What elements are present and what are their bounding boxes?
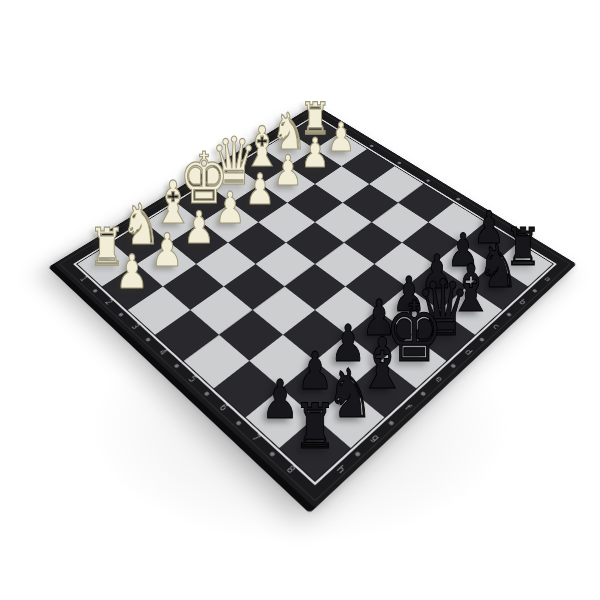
piece-white-pawn-f2[interactable]: ♟ [183, 206, 214, 251]
piece-black-rook-h8[interactable]: ♜ [293, 396, 337, 458]
piece-white-pawn-e2[interactable]: ♟ [215, 187, 246, 231]
piece-white-pawn-c2[interactable]: ♟ [273, 150, 302, 192]
product-photo-stage: 12345678abcdefgh ♜♟♞♟♝♟♛♟♚♟♝♟♟♞♜♟♟♜♞♟♟♝♟… [0, 0, 600, 600]
piece-white-pawn-a2[interactable]: ♟ [327, 117, 355, 157]
piece-white-pawn-d2[interactable]: ♟ [245, 168, 275, 211]
piece-white-pawn-h2[interactable]: ♟ [116, 248, 149, 295]
piece-white-pawn-b2[interactable]: ♟ [301, 133, 330, 174]
piece-white-pawn-g2[interactable]: ♟ [150, 227, 182, 273]
